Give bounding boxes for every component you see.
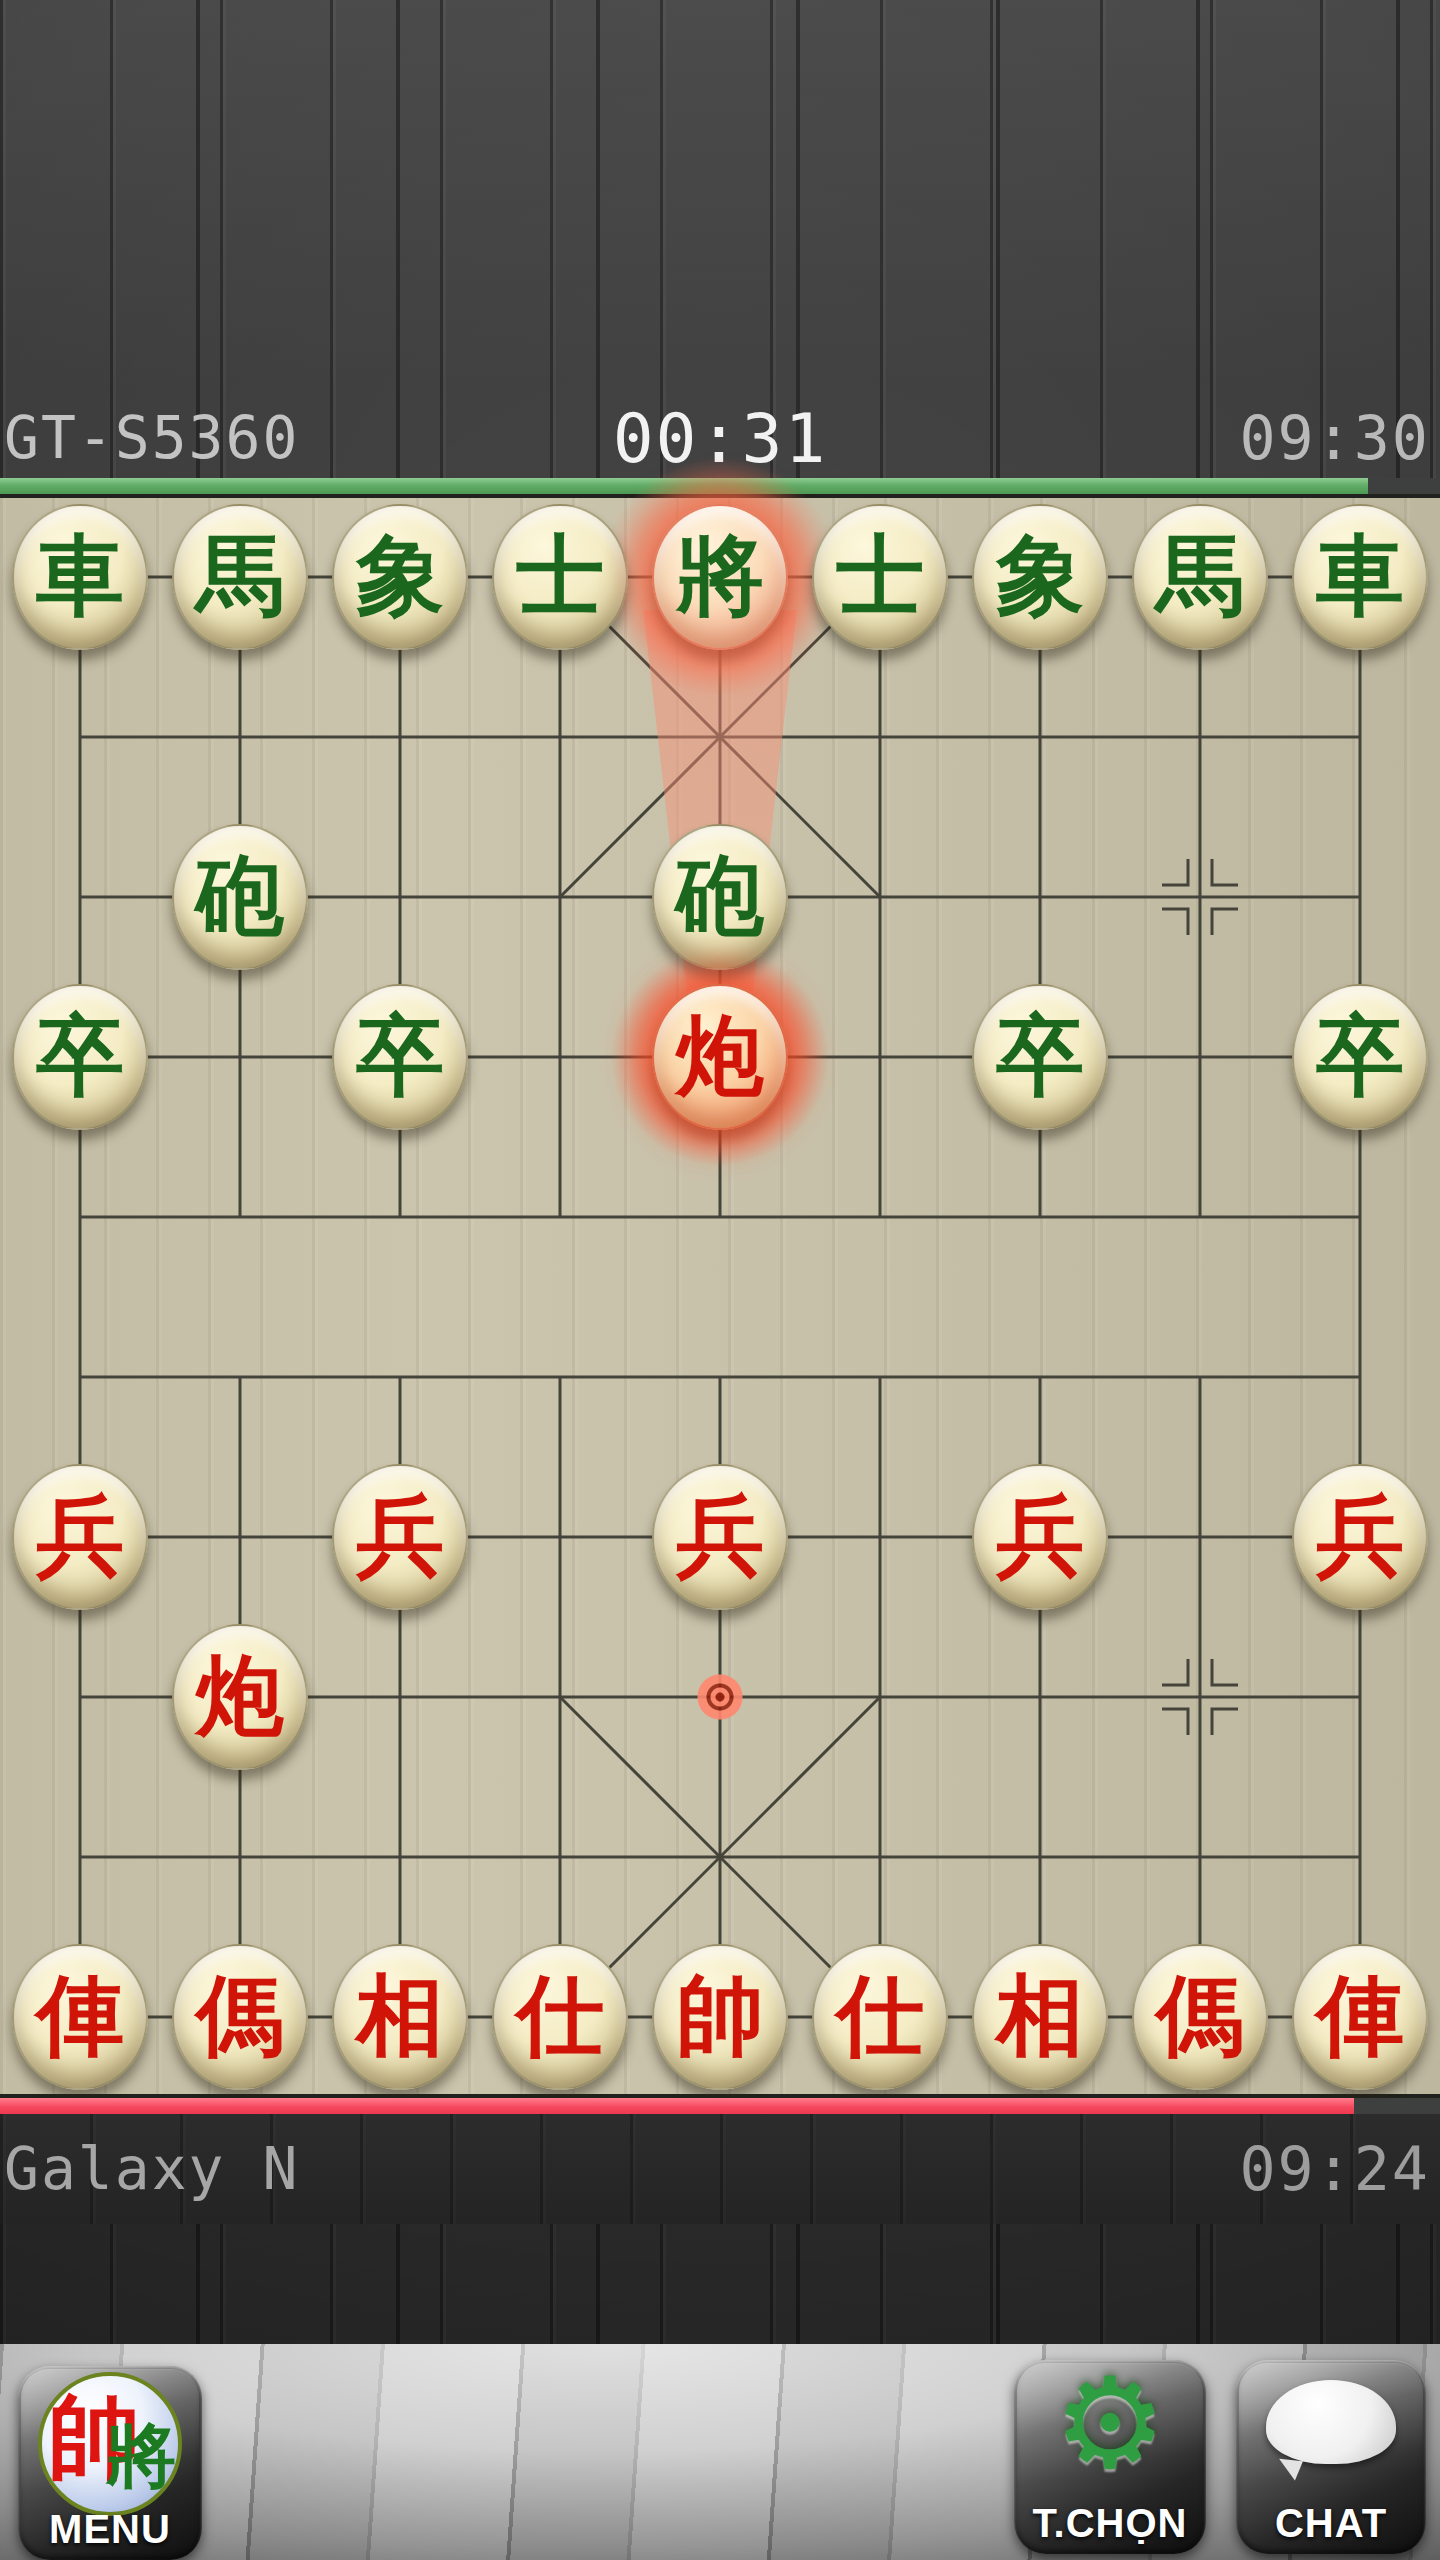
piece-glyph: 相 [356,1971,444,2059]
piece-glyph: 炮 [676,1011,764,1099]
piece-red-soldier[interactable]: 兵 [12,1464,148,1610]
piece-black-horse[interactable]: 馬 [172,504,308,650]
player-clock: 09:24 [1239,2134,1430,2204]
piece-black-soldier[interactable]: 卒 [1292,984,1428,1130]
piece-glyph: 帥 [676,1971,764,2059]
piece-black-advisor[interactable]: 士 [812,504,948,650]
piece-glyph: 砲 [676,851,764,939]
piece-glyph: 傌 [196,1971,284,2059]
piece-glyph: 兵 [676,1491,764,1579]
opponent-time-bar [0,478,1440,494]
player-time-bar-fill [0,2098,1354,2114]
piece-glyph: 卒 [996,1011,1084,1099]
chat-button[interactable]: CHAT [1236,2360,1426,2554]
piece-glyph: 士 [516,531,604,619]
piece-glyph: 炮 [196,1651,284,1739]
piece-black-cannon[interactable]: 砲 [172,824,308,970]
piece-glyph: 象 [996,531,1084,619]
piece-black-cannon[interactable]: 砲 [652,824,788,970]
piece-black-soldier[interactable]: 卒 [972,984,1108,1130]
piece-red-chariot[interactable]: 俥 [1292,1944,1428,2090]
piece-red-elephant[interactable]: 相 [972,1944,1108,2090]
piece-red-cannon[interactable]: 炮 [172,1624,308,1770]
piece-red-soldier[interactable]: 兵 [972,1464,1108,1610]
piece-red-soldier[interactable]: 兵 [652,1464,788,1610]
piece-glyph: 相 [996,1971,1084,2059]
piece-black-soldier[interactable]: 卒 [332,984,468,1130]
xiangqi-board[interactable]: 車馬象士將士象馬車砲砲卒卒炮卒卒兵兵兵兵兵炮俥傌相仕帥仕相傌俥 [0,494,1440,2098]
piece-glyph: 兵 [996,1491,1084,1579]
piece-glyph: 士 [836,531,924,619]
piece-glyph: 卒 [1316,1011,1404,1099]
floor [0,2344,1440,2560]
piece-glyph: 兵 [36,1491,124,1579]
player-info-bar: Galaxy N 09:24 [0,2114,1440,2224]
piece-glyph: 兵 [356,1491,444,1579]
piece-glyph: 車 [36,531,124,619]
menu-button[interactable]: 帥 將 MENU [18,2366,202,2560]
piece-glyph: 車 [1316,531,1404,619]
options-button[interactable]: ⚙ T.CHỌN [1014,2360,1206,2554]
piece-black-chariot[interactable]: 車 [1292,504,1428,650]
piece-black-soldier[interactable]: 卒 [12,984,148,1130]
piece-red-advisor[interactable]: 仕 [812,1944,948,2090]
piece-glyph: 俥 [1316,1971,1404,2059]
piece-red-general[interactable]: 帥 [652,1944,788,2090]
piece-red-chariot[interactable]: 俥 [12,1944,148,2090]
piece-black-elephant[interactable]: 象 [972,504,1108,650]
piece-glyph: 俥 [36,1971,124,2059]
piece-glyph: 馬 [1156,531,1244,619]
piece-black-horse[interactable]: 馬 [1132,504,1268,650]
piece-red-elephant[interactable]: 相 [332,1944,468,2090]
piece-glyph: 象 [356,531,444,619]
piece-glyph: 傌 [1156,1971,1244,2059]
piece-black-general[interactable]: 將 [652,504,788,650]
xiangqi-game-screen: GT-S5360 00:31 09:30 [0,0,1440,2560]
piece-glyph: 砲 [196,851,284,939]
piece-black-elephant[interactable]: 象 [332,504,468,650]
piece-red-horse[interactable]: 傌 [172,1944,308,2090]
last-move-origin-marker [692,1669,748,1725]
piece-red-soldier[interactable]: 兵 [1292,1464,1428,1610]
player-time-bar [0,2098,1440,2114]
piece-red-soldier[interactable]: 兵 [332,1464,468,1610]
menu-button-label: MENU [18,2507,202,2552]
piece-glyph: 卒 [36,1011,124,1099]
piece-glyph: 兵 [1316,1491,1404,1579]
app-icon: 帥 將 [38,2372,182,2516]
piece-glyph: 仕 [836,1971,924,2059]
opponent-info-bar: GT-S5360 00:31 09:30 [0,396,1440,480]
piece-glyph: 卒 [356,1011,444,1099]
black-general-icon-char: 將 [106,2410,176,2504]
piece-black-chariot[interactable]: 車 [12,504,148,650]
gear-icon: ⚙ [1014,2354,1206,2494]
piece-red-advisor[interactable]: 仕 [492,1944,628,2090]
piece-red-horse[interactable]: 傌 [1132,1944,1268,2090]
piece-glyph: 仕 [516,1971,604,2059]
piece-glyph: 馬 [196,531,284,619]
move-timer: 00:31 [613,399,828,478]
piece-red-cannon[interactable]: 炮 [652,984,788,1130]
options-button-label: T.CHỌN [1014,2501,1206,2546]
opponent-clock: 09:30 [1239,403,1430,473]
piece-glyph: 將 [676,531,764,619]
opponent-time-bar-fill [0,478,1368,494]
player-name: Galaxy N [4,2135,299,2203]
piece-black-advisor[interactable]: 士 [492,504,628,650]
chat-button-label: CHAT [1236,2501,1426,2546]
chat-bubble-icon [1266,2380,1396,2464]
opponent-name: GT-S5360 [4,404,299,472]
